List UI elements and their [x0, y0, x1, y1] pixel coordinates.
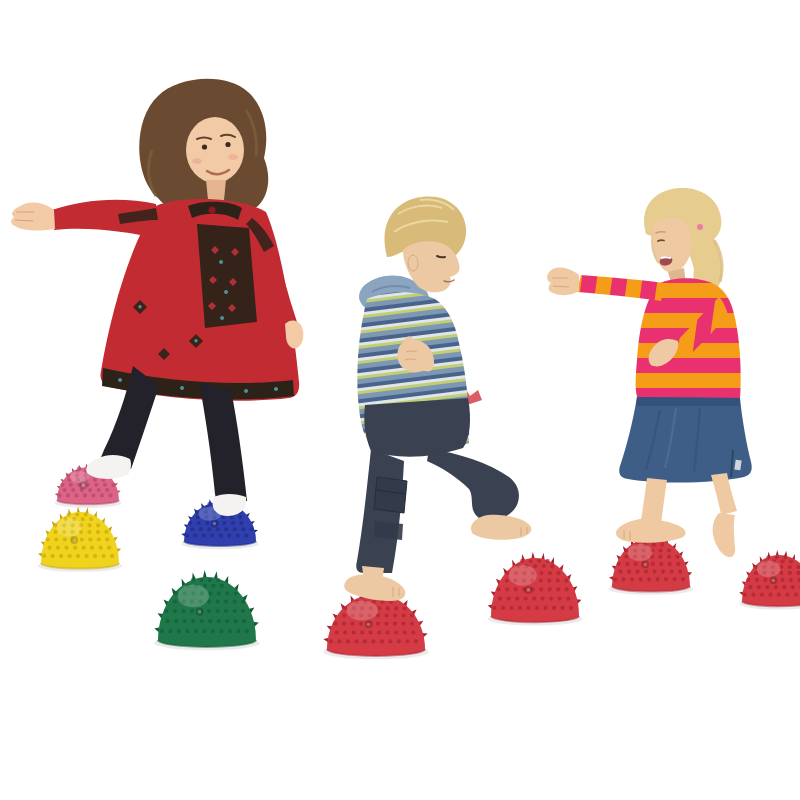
girl-left-pendant	[209, 207, 216, 214]
boy-thumb	[405, 337, 414, 346]
girl-right-eye	[658, 240, 664, 241]
product-photo	[0, 0, 800, 800]
girl-left-blush	[228, 154, 238, 160]
girl-left-neck	[206, 180, 226, 200]
girl-right-hairclip	[697, 224, 703, 230]
girl-left-blush	[192, 158, 202, 164]
girl-right-teeth	[661, 257, 671, 258]
girl-left-center-panel	[197, 224, 257, 328]
girl-left-eye	[225, 142, 230, 147]
boy-cargo-pocket-lower	[374, 521, 403, 540]
boy-ear	[408, 255, 418, 271]
girl-right-skirt-waistband	[636, 397, 740, 406]
boy-cargo-pocket	[374, 477, 407, 513]
girl-left-eye	[202, 144, 207, 149]
boy-pants-hips	[364, 398, 470, 457]
